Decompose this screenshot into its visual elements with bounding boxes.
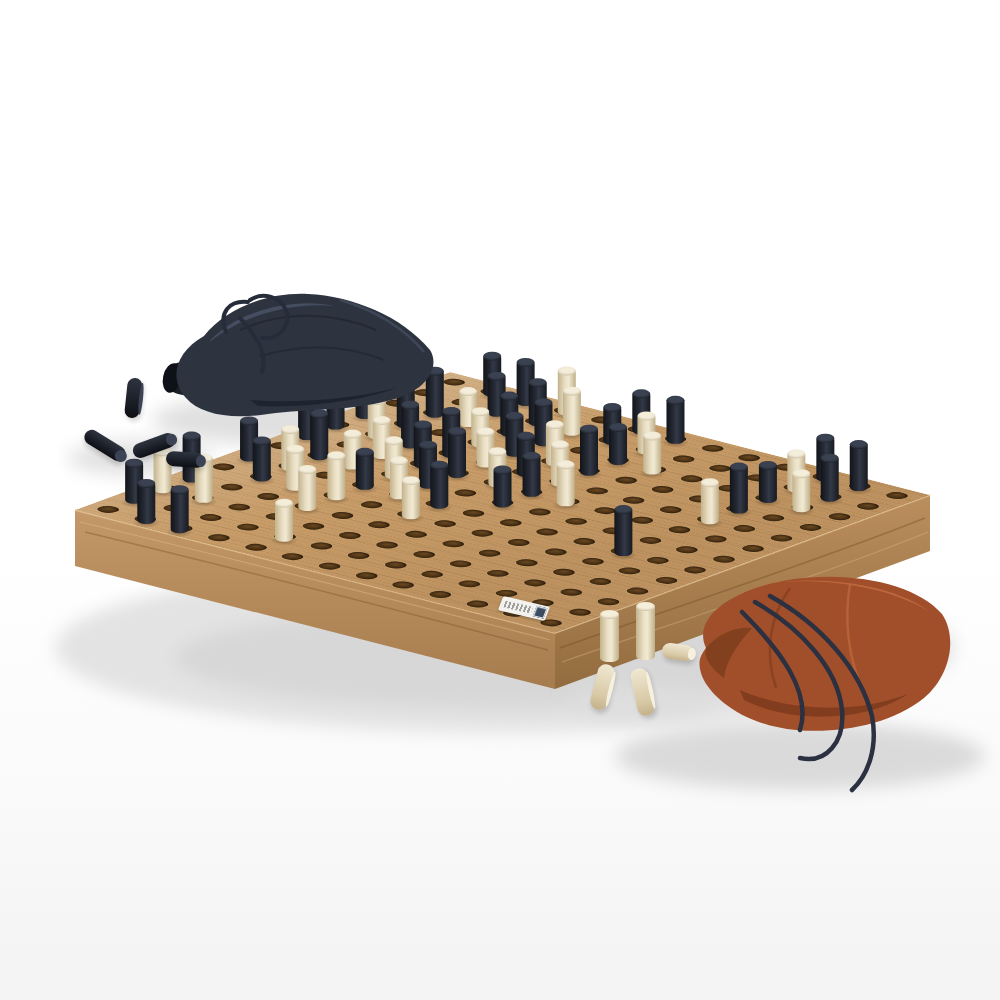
hole xyxy=(611,475,641,484)
hole xyxy=(204,533,234,542)
hole xyxy=(557,588,587,597)
hole xyxy=(853,502,883,511)
black-peg[interactable] xyxy=(124,377,143,418)
hole xyxy=(364,520,394,529)
white-peg[interactable] xyxy=(589,663,617,712)
hole xyxy=(561,517,591,526)
hole xyxy=(240,543,270,552)
hole xyxy=(824,512,854,521)
hole xyxy=(372,540,402,549)
white-peg[interactable] xyxy=(274,503,292,542)
hole xyxy=(709,555,739,564)
hole xyxy=(380,560,410,569)
hole xyxy=(450,488,480,497)
black-peg[interactable] xyxy=(609,427,627,465)
hole xyxy=(664,525,694,534)
hole xyxy=(224,502,254,511)
black-peg[interactable] xyxy=(821,458,839,502)
hole xyxy=(298,521,328,530)
brown-pouch-cords xyxy=(742,596,874,790)
hole xyxy=(335,531,365,540)
hole xyxy=(430,519,460,528)
hole xyxy=(540,547,570,556)
hole xyxy=(93,505,123,514)
hole xyxy=(730,524,760,533)
hole xyxy=(277,552,307,561)
hole xyxy=(351,571,381,580)
hole xyxy=(532,527,562,536)
hole xyxy=(594,597,624,606)
hole xyxy=(388,580,418,589)
hole xyxy=(409,550,439,559)
hole xyxy=(738,544,768,553)
white-peg[interactable] xyxy=(643,436,661,475)
hole xyxy=(656,505,686,514)
hole xyxy=(462,599,492,608)
white-peg[interactable] xyxy=(629,667,656,717)
hole xyxy=(648,485,678,494)
hole xyxy=(343,551,373,560)
black-peg[interactable] xyxy=(431,465,449,509)
hole xyxy=(795,523,825,532)
sticker-logo-icon xyxy=(533,606,548,619)
black-peg[interactable] xyxy=(448,431,466,478)
hole xyxy=(327,511,357,520)
hole xyxy=(549,568,579,577)
hole xyxy=(767,533,797,542)
white-peg[interactable] xyxy=(556,464,574,506)
black-peg[interactable] xyxy=(580,429,598,476)
hole xyxy=(438,539,468,548)
hole xyxy=(306,541,336,550)
hole xyxy=(454,579,484,588)
hole xyxy=(495,518,525,527)
black-peg[interactable] xyxy=(850,444,868,491)
black-peg[interactable] xyxy=(310,413,328,460)
black-peg[interactable] xyxy=(356,452,374,490)
hole xyxy=(635,536,665,545)
white-peg[interactable] xyxy=(793,473,811,512)
hole xyxy=(524,507,554,516)
hole xyxy=(512,558,542,567)
white-peg[interactable] xyxy=(298,469,316,511)
hole xyxy=(195,513,225,522)
black-pouch-cords xyxy=(223,296,287,372)
hole xyxy=(458,508,488,517)
black-peg[interactable] xyxy=(171,489,189,533)
white-peg[interactable] xyxy=(636,606,655,660)
hole xyxy=(483,569,513,578)
white-peg[interactable] xyxy=(563,391,581,436)
black-peg[interactable] xyxy=(667,400,685,444)
hole xyxy=(734,453,764,462)
hole xyxy=(697,444,727,453)
hole xyxy=(401,530,431,539)
hole xyxy=(672,545,702,554)
hole xyxy=(668,454,698,463)
hole xyxy=(232,523,262,532)
hole xyxy=(216,482,246,491)
black-peg[interactable] xyxy=(82,427,129,464)
scene xyxy=(0,0,1000,1000)
white-peg[interactable] xyxy=(600,614,619,662)
hole xyxy=(680,565,710,574)
black-peg[interactable] xyxy=(425,371,443,418)
white-pegs-pouch xyxy=(699,577,950,790)
hole xyxy=(356,500,386,509)
hole xyxy=(582,486,612,495)
hole xyxy=(565,608,595,617)
hole xyxy=(467,529,497,538)
white-peg[interactable] xyxy=(327,455,345,500)
hole xyxy=(475,549,505,558)
hole xyxy=(619,496,649,505)
hole xyxy=(520,578,550,587)
hole xyxy=(643,556,673,565)
hole xyxy=(314,562,344,571)
hole xyxy=(425,590,455,599)
board-grid xyxy=(75,372,930,633)
hole xyxy=(446,559,476,568)
black-peg[interactable] xyxy=(759,465,777,503)
black-peg[interactable] xyxy=(166,451,205,469)
hole xyxy=(758,513,788,522)
white-peg[interactable] xyxy=(661,642,695,662)
black-peg[interactable] xyxy=(730,467,748,514)
hole xyxy=(504,538,534,547)
black-peg[interactable] xyxy=(522,456,540,497)
black-peg[interactable] xyxy=(494,470,512,508)
white-peg[interactable] xyxy=(701,482,719,524)
hole xyxy=(882,491,912,500)
hole xyxy=(585,577,615,586)
black-peg[interactable] xyxy=(252,440,270,481)
white-peg[interactable] xyxy=(402,480,420,519)
black-peg[interactable] xyxy=(327,392,345,430)
hole xyxy=(569,537,599,546)
hole xyxy=(701,535,731,544)
hole xyxy=(417,570,447,579)
hole xyxy=(577,557,607,566)
hole xyxy=(622,586,652,595)
black-peg[interactable] xyxy=(614,509,632,556)
hole xyxy=(651,576,681,585)
hole xyxy=(614,566,644,575)
black-peg[interactable] xyxy=(137,483,155,524)
